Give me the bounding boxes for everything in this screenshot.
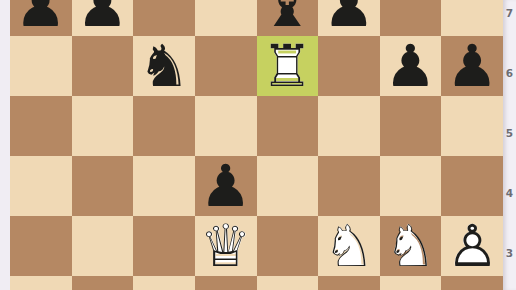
white-rook-outline-glyph: ♖ — [261, 36, 313, 96]
black-pawn-glyph: ♟ — [76, 0, 128, 36]
piece-black-knight[interactable]: ♞ — [133, 36, 195, 96]
piece-black-pawn[interactable]: ♟ — [380, 36, 442, 96]
black-pawn-glyph: ♟ — [200, 156, 252, 216]
square-b4[interactable] — [72, 156, 134, 216]
square-g2[interactable] — [380, 276, 442, 290]
piece-white-pawn[interactable]: ♟♙ — [441, 216, 503, 276]
square-b7[interactable]: ♟ — [72, 0, 134, 36]
square-f5[interactable] — [318, 96, 380, 156]
square-c3[interactable] — [133, 216, 195, 276]
square-d7[interactable] — [195, 0, 257, 36]
rank-label-7: 7 — [503, 5, 516, 21]
piece-white-rook[interactable]: ♜♖ — [257, 36, 319, 96]
square-f7[interactable]: ♟ — [318, 0, 380, 36]
square-b2[interactable] — [72, 276, 134, 290]
square-a7[interactable]: ♟ — [10, 0, 72, 36]
black-pawn-glyph: ♟ — [323, 0, 375, 36]
square-e2[interactable] — [257, 276, 319, 290]
square-e3[interactable] — [257, 216, 319, 276]
square-h6[interactable]: ♟ — [441, 36, 503, 96]
square-h7[interactable] — [441, 0, 503, 36]
piece-white-knight[interactable]: ♞♘ — [380, 216, 442, 276]
square-f3[interactable]: ♞♘ — [318, 216, 380, 276]
square-b3[interactable] — [72, 216, 134, 276]
square-e6[interactable]: ♜♖ — [257, 36, 319, 96]
square-h5[interactable] — [441, 96, 503, 156]
square-d2[interactable] — [195, 276, 257, 290]
white-knight-outline-glyph: ♘ — [385, 216, 437, 276]
square-f4[interactable] — [318, 156, 380, 216]
square-g3[interactable]: ♞♘ — [380, 216, 442, 276]
rank-label-4: 4 — [503, 185, 516, 201]
black-pawn-glyph: ♟ — [15, 0, 67, 36]
square-g5[interactable] — [380, 96, 442, 156]
black-pawn-glyph: ♟ — [385, 36, 437, 96]
piece-white-knight[interactable]: ♞♘ — [318, 216, 380, 276]
square-c7[interactable] — [133, 0, 195, 36]
piece-black-pawn[interactable]: ♟ — [195, 156, 257, 216]
piece-black-pawn[interactable]: ♟ — [318, 0, 380, 36]
rank-label-5: 5 — [503, 125, 516, 141]
square-g4[interactable] — [380, 156, 442, 216]
square-a5[interactable] — [10, 96, 72, 156]
square-c4[interactable] — [133, 156, 195, 216]
black-pawn-glyph: ♟ — [446, 36, 498, 96]
square-d4[interactable]: ♟ — [195, 156, 257, 216]
rank-label-6: 6 — [503, 65, 516, 81]
square-e4[interactable] — [257, 156, 319, 216]
square-d5[interactable] — [195, 96, 257, 156]
square-a2[interactable] — [10, 276, 72, 290]
piece-black-bishop[interactable]: ♝ — [257, 0, 319, 36]
square-g6[interactable]: ♟ — [380, 36, 442, 96]
piece-black-pawn[interactable]: ♟ — [72, 0, 134, 36]
square-b5[interactable] — [72, 96, 134, 156]
square-a4[interactable] — [10, 156, 72, 216]
square-a3[interactable] — [10, 216, 72, 276]
rank-label-3: 3 — [503, 245, 516, 261]
black-bishop-glyph: ♝ — [261, 0, 313, 36]
white-pawn-outline-glyph: ♙ — [446, 216, 498, 276]
square-h3[interactable]: ♟♙ — [441, 216, 503, 276]
chess-board: ♟♟♝♟♞♜♖♟♟♟♛♕♞♘♞♘♟♙ — [10, 0, 503, 290]
piece-black-pawn[interactable]: ♟ — [441, 36, 503, 96]
square-c5[interactable] — [133, 96, 195, 156]
square-f6[interactable] — [318, 36, 380, 96]
black-knight-glyph: ♞ — [138, 36, 190, 96]
white-queen-outline-glyph: ♕ — [200, 216, 252, 276]
square-d6[interactable] — [195, 36, 257, 96]
square-e5[interactable] — [257, 96, 319, 156]
piece-white-queen[interactable]: ♛♕ — [195, 216, 257, 276]
piece-black-pawn[interactable]: ♟ — [10, 0, 72, 36]
square-c6[interactable]: ♞ — [133, 36, 195, 96]
rank-label-strip: 76543 — [503, 0, 516, 290]
square-b6[interactable] — [72, 36, 134, 96]
square-f2[interactable] — [318, 276, 380, 290]
square-c2[interactable] — [133, 276, 195, 290]
square-g7[interactable] — [380, 0, 442, 36]
chess-app-screenshot: ♟♟♝♟♞♜♖♟♟♟♛♕♞♘♞♘♟♙ 76543 — [0, 0, 516, 290]
white-knight-outline-glyph: ♘ — [323, 216, 375, 276]
square-h2[interactable] — [441, 276, 503, 290]
square-e7[interactable]: ♝ — [257, 0, 319, 36]
square-a6[interactable] — [10, 36, 72, 96]
square-d3[interactable]: ♛♕ — [195, 216, 257, 276]
square-h4[interactable] — [441, 156, 503, 216]
